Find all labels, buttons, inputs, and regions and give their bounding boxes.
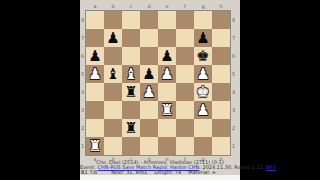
square-g6[interactable]: ♚: [194, 47, 212, 65]
square-a5[interactable]: ♟: [86, 65, 104, 83]
square-h3[interactable]: [212, 101, 230, 119]
file-label: e: [158, 3, 176, 9]
square-h8[interactable]: [212, 11, 230, 29]
square-g7[interactable]: ♟: [194, 29, 212, 47]
file-label: g: [194, 3, 212, 9]
square-a4[interactable]: [86, 83, 104, 101]
file-label: b: [104, 3, 122, 9]
square-b6[interactable]: [104, 47, 122, 65]
square-g3[interactable]: ♟: [194, 101, 212, 119]
file-label: f: [176, 3, 194, 9]
square-c8[interactable]: [122, 11, 140, 29]
square-g2[interactable]: [194, 119, 212, 137]
square-a2[interactable]: [86, 119, 104, 137]
square-b3[interactable]: [104, 101, 122, 119]
piece-black-rook: ♜: [124, 119, 137, 137]
square-h2[interactable]: [212, 119, 230, 137]
rank-label: 2: [81, 119, 84, 137]
square-f3[interactable]: [176, 101, 194, 119]
piece-black-king: ♚: [196, 47, 209, 65]
square-c6[interactable]: [122, 47, 140, 65]
square-b8[interactable]: [104, 11, 122, 29]
piece-black-rook: ♜: [124, 83, 137, 101]
rank-label: 4: [81, 83, 84, 101]
chess-board: ♟♟♟♟♚♟♝♝♟♟♟♜♟♚♜♟♜♜: [86, 11, 230, 155]
square-c7[interactable]: [122, 29, 140, 47]
rank-labels-left: 87654321: [81, 11, 84, 155]
rank-label: 7: [81, 29, 84, 47]
rank-label: 3: [232, 101, 235, 119]
square-f6[interactable]: [176, 47, 194, 65]
bottom-strip: [80, 175, 240, 180]
square-g1[interactable]: [194, 137, 212, 155]
square-e2[interactable]: [158, 119, 176, 137]
square-f1[interactable]: [176, 137, 194, 155]
rank-label: 6: [81, 47, 84, 65]
piece-white-king: ♚: [196, 83, 209, 101]
piece-white-rook: ♜: [88, 137, 101, 155]
square-e7[interactable]: [158, 29, 176, 47]
square-d6[interactable]: [140, 47, 158, 65]
rank-label: 6: [232, 47, 235, 65]
file-label: a: [86, 3, 104, 9]
rank-label: 5: [232, 65, 235, 83]
piece-black-bishop: ♝: [106, 65, 119, 83]
square-f7[interactable]: [176, 29, 194, 47]
rank-label: 8: [81, 11, 84, 29]
file-labels-top: abcdefgh: [86, 3, 230, 9]
square-h1[interactable]: [212, 137, 230, 155]
square-b2[interactable]: [104, 119, 122, 137]
square-a3[interactable]: [86, 101, 104, 119]
event-link[interactable]: B63: [266, 164, 276, 170]
file-label: h: [212, 3, 230, 9]
file-label: c: [122, 3, 140, 9]
square-g5[interactable]: ♟: [194, 65, 212, 83]
rank-label: 1: [232, 137, 235, 155]
square-h5[interactable]: [212, 65, 230, 83]
rank-label: 5: [81, 65, 84, 83]
square-d1[interactable]: [140, 137, 158, 155]
square-c4[interactable]: ♜: [122, 83, 140, 101]
piece-black-pawn: ♟: [106, 29, 119, 47]
square-d5[interactable]: ♟: [140, 65, 158, 83]
square-f2[interactable]: [176, 119, 194, 137]
piece-white-pawn: ♟: [196, 65, 209, 83]
square-e8[interactable]: [158, 11, 176, 29]
piece-white-pawn: ♟: [196, 101, 209, 119]
square-e5[interactable]: ♟: [158, 65, 176, 83]
rank-label: 2: [232, 119, 235, 137]
square-g4[interactable]: ♚: [194, 83, 212, 101]
rank-label: 7: [232, 29, 235, 47]
square-f8[interactable]: [176, 11, 194, 29]
piece-white-rook: ♜: [160, 101, 173, 119]
square-g8[interactable]: [194, 11, 212, 29]
square-e1[interactable]: [158, 137, 176, 155]
piece-white-pawn: ♟: [142, 83, 155, 101]
rank-label: 4: [232, 83, 235, 101]
square-b5[interactable]: ♝: [104, 65, 122, 83]
square-d8[interactable]: [140, 11, 158, 29]
square-a7[interactable]: [86, 29, 104, 47]
square-b7[interactable]: ♟: [104, 29, 122, 47]
piece-black-pawn: ♟: [88, 47, 101, 65]
square-d7[interactable]: [140, 29, 158, 47]
square-d2[interactable]: [140, 119, 158, 137]
square-h7[interactable]: [212, 29, 230, 47]
rank-label: 1: [81, 137, 84, 155]
square-c3[interactable]: [122, 101, 140, 119]
square-b4[interactable]: [104, 83, 122, 101]
square-a8[interactable]: [86, 11, 104, 29]
square-c5[interactable]: ♝: [122, 65, 140, 83]
rank-label: 3: [81, 101, 84, 119]
file-label: d: [140, 3, 158, 9]
square-d4[interactable]: ♟: [140, 83, 158, 101]
piece-black-pawn: ♟: [142, 65, 155, 83]
square-d3[interactable]: [140, 101, 158, 119]
video-frame: abcdefgh 87654321 ♟♟♟♟♚♟♝♝♟♟♟♜♟♚♜♟♜♜ 876…: [0, 0, 320, 180]
square-f4[interactable]: [176, 83, 194, 101]
square-b1[interactable]: [104, 137, 122, 155]
piece-white-pawn: ♟: [160, 65, 173, 83]
square-a6[interactable]: ♟: [86, 47, 104, 65]
square-a1[interactable]: ♜: [86, 137, 104, 155]
piece-black-pawn: ♟: [160, 47, 173, 65]
square-c1[interactable]: [122, 137, 140, 155]
rank-labels-right: 87654321: [232, 11, 235, 155]
square-f5[interactable]: [176, 65, 194, 83]
square-e6[interactable]: ♟: [158, 47, 176, 65]
chess-viewer-panel: abcdefgh 87654321 ♟♟♟♟♚♟♝♝♟♟♟♜♟♚♜♟♜♜ 876…: [80, 0, 240, 180]
piece-white-pawn: ♟: [88, 65, 101, 83]
square-h6[interactable]: [212, 47, 230, 65]
piece-black-pawn: ♟: [196, 29, 209, 47]
square-e3[interactable]: ♜: [158, 101, 176, 119]
square-h4[interactable]: [212, 83, 230, 101]
square-e4[interactable]: [158, 83, 176, 101]
piece-white-bishop: ♝: [124, 65, 137, 83]
square-c2[interactable]: ♜: [122, 119, 140, 137]
rank-label: 8: [232, 11, 235, 29]
